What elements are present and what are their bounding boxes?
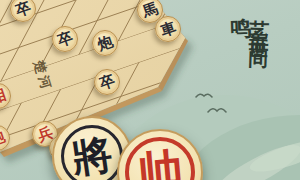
piece-char: 馬 bbox=[140, 0, 159, 19]
piece-char: 炮 bbox=[95, 33, 114, 52]
splash-screen: 楚河 卒 卒 炮 卒 馬 車 兵 相 炮 仕 將 帅 鸣 艺盖世间 bbox=[0, 0, 300, 180]
piece-char: 卒 bbox=[13, 0, 32, 19]
slogan-column-right: 艺盖世间 bbox=[246, 4, 274, 41]
piece-char: 卒 bbox=[55, 29, 74, 48]
piece-black-chariot: 車 bbox=[155, 16, 181, 42]
piece-black-cannon: 炮 bbox=[92, 30, 118, 56]
piece-char: 帅 bbox=[135, 147, 185, 180]
piece-char: 炮 bbox=[0, 128, 7, 147]
piece-char: 卒 bbox=[97, 72, 116, 91]
piece-black-soldier: 卒 bbox=[52, 26, 78, 52]
piece-char: 相 bbox=[0, 86, 8, 105]
piece-black-soldier: 卒 bbox=[94, 69, 120, 95]
piece-char: 將 bbox=[69, 133, 114, 178]
piece-char: 車 bbox=[158, 19, 177, 38]
